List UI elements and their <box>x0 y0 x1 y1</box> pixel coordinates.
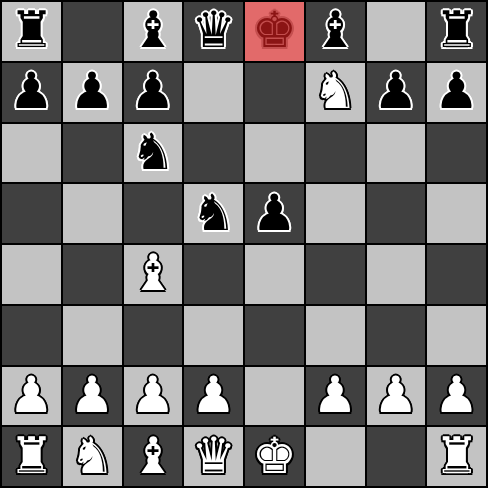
square-c6[interactable]: ♞ <box>124 124 183 183</box>
black-knight[interactable]: ♞ <box>130 127 175 177</box>
square-g1[interactable] <box>367 427 426 486</box>
square-e1[interactable]: ♚ <box>245 427 304 486</box>
square-e2[interactable] <box>245 367 304 426</box>
square-h6[interactable] <box>427 124 486 183</box>
square-c5[interactable] <box>124 184 183 243</box>
black-pawn[interactable]: ♟ <box>70 66 115 116</box>
square-d7[interactable] <box>184 63 243 122</box>
square-b7[interactable]: ♟ <box>63 63 122 122</box>
black-bishop[interactable]: ♝ <box>313 5 358 55</box>
white-bishop[interactable]: ♝ <box>130 431 175 481</box>
square-a6[interactable] <box>2 124 61 183</box>
square-b1[interactable]: ♞ <box>63 427 122 486</box>
black-rook[interactable]: ♜ <box>9 5 54 55</box>
white-pawn[interactable]: ♟ <box>191 370 236 420</box>
square-b8[interactable] <box>63 2 122 61</box>
black-queen[interactable]: ♛ <box>191 5 236 55</box>
chess-board: ♜♝♛♚♝♜♟♟♟♞♟♟♞♞♟♝♟♟♟♟♟♟♟♜♞♝♛♚♜ <box>0 0 488 488</box>
white-knight[interactable]: ♞ <box>313 66 358 116</box>
square-g6[interactable] <box>367 124 426 183</box>
square-f4[interactable] <box>306 245 365 304</box>
white-pawn[interactable]: ♟ <box>373 370 418 420</box>
square-f5[interactable] <box>306 184 365 243</box>
square-f6[interactable] <box>306 124 365 183</box>
square-d1[interactable]: ♛ <box>184 427 243 486</box>
white-rook[interactable]: ♜ <box>9 431 54 481</box>
white-pawn[interactable]: ♟ <box>70 370 115 420</box>
square-h7[interactable]: ♟ <box>427 63 486 122</box>
square-d3[interactable] <box>184 306 243 365</box>
square-b2[interactable]: ♟ <box>63 367 122 426</box>
white-queen[interactable]: ♛ <box>191 431 236 481</box>
square-h4[interactable] <box>427 245 486 304</box>
square-b5[interactable] <box>63 184 122 243</box>
square-a7[interactable]: ♟ <box>2 63 61 122</box>
square-g4[interactable] <box>367 245 426 304</box>
square-d6[interactable] <box>184 124 243 183</box>
square-g5[interactable] <box>367 184 426 243</box>
white-pawn[interactable]: ♟ <box>434 370 479 420</box>
square-a1[interactable]: ♜ <box>2 427 61 486</box>
square-e6[interactable] <box>245 124 304 183</box>
square-g7[interactable]: ♟ <box>367 63 426 122</box>
square-f7[interactable]: ♞ <box>306 63 365 122</box>
square-b4[interactable] <box>63 245 122 304</box>
black-pawn[interactable]: ♟ <box>9 66 54 116</box>
square-a4[interactable] <box>2 245 61 304</box>
square-e3[interactable] <box>245 306 304 365</box>
square-h8[interactable]: ♜ <box>427 2 486 61</box>
white-rook[interactable]: ♜ <box>434 431 479 481</box>
white-knight[interactable]: ♞ <box>70 431 115 481</box>
square-d4[interactable] <box>184 245 243 304</box>
square-f3[interactable] <box>306 306 365 365</box>
black-bishop[interactable]: ♝ <box>130 5 175 55</box>
square-e5[interactable]: ♟ <box>245 184 304 243</box>
white-bishop[interactable]: ♝ <box>130 248 175 298</box>
square-g2[interactable]: ♟ <box>367 367 426 426</box>
square-a8[interactable]: ♜ <box>2 2 61 61</box>
square-c3[interactable] <box>124 306 183 365</box>
square-e8[interactable]: ♚ <box>245 2 304 61</box>
square-c4[interactable]: ♝ <box>124 245 183 304</box>
black-pawn[interactable]: ♟ <box>252 188 297 238</box>
square-d5[interactable]: ♞ <box>184 184 243 243</box>
square-f8[interactable]: ♝ <box>306 2 365 61</box>
square-b6[interactable] <box>63 124 122 183</box>
black-pawn[interactable]: ♟ <box>373 66 418 116</box>
square-h2[interactable]: ♟ <box>427 367 486 426</box>
square-g3[interactable] <box>367 306 426 365</box>
square-f2[interactable]: ♟ <box>306 367 365 426</box>
square-c7[interactable]: ♟ <box>124 63 183 122</box>
white-pawn[interactable]: ♟ <box>313 370 358 420</box>
square-a5[interactable] <box>2 184 61 243</box>
square-a3[interactable] <box>2 306 61 365</box>
square-c1[interactable]: ♝ <box>124 427 183 486</box>
white-king[interactable]: ♚ <box>252 431 297 481</box>
square-h3[interactable] <box>427 306 486 365</box>
square-h1[interactable]: ♜ <box>427 427 486 486</box>
black-rook[interactable]: ♜ <box>434 5 479 55</box>
square-e4[interactable] <box>245 245 304 304</box>
black-pawn[interactable]: ♟ <box>130 66 175 116</box>
square-c2[interactable]: ♟ <box>124 367 183 426</box>
black-king[interactable]: ♚ <box>252 5 297 55</box>
square-g8[interactable] <box>367 2 426 61</box>
square-c8[interactable]: ♝ <box>124 2 183 61</box>
black-knight[interactable]: ♞ <box>191 188 236 238</box>
square-b3[interactable] <box>63 306 122 365</box>
square-e7[interactable] <box>245 63 304 122</box>
square-f1[interactable] <box>306 427 365 486</box>
square-d8[interactable]: ♛ <box>184 2 243 61</box>
white-pawn[interactable]: ♟ <box>9 370 54 420</box>
white-pawn[interactable]: ♟ <box>130 370 175 420</box>
black-pawn[interactable]: ♟ <box>434 66 479 116</box>
square-a2[interactable]: ♟ <box>2 367 61 426</box>
square-d2[interactable]: ♟ <box>184 367 243 426</box>
square-h5[interactable] <box>427 184 486 243</box>
